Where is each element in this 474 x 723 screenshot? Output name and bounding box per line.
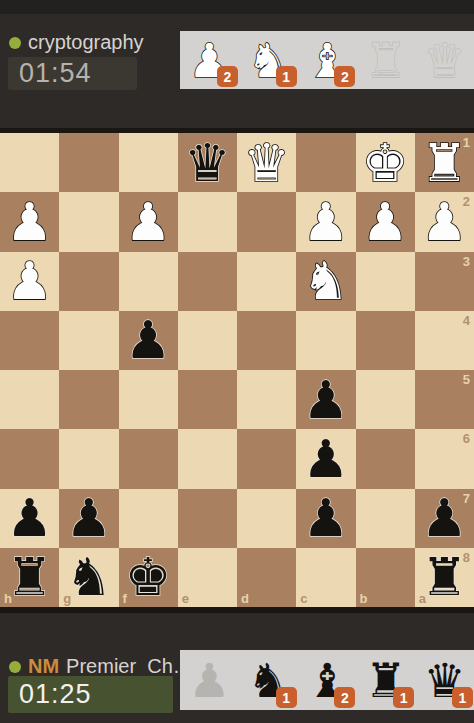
- square-a7[interactable]: ♟7: [415, 489, 474, 548]
- white-queen[interactable]: ♛: [243, 137, 290, 189]
- square-e8[interactable]: e: [178, 548, 237, 607]
- square-b8[interactable]: b: [356, 548, 415, 607]
- square-c6[interactable]: ♟: [296, 429, 355, 488]
- captured-queen: ♛1: [415, 650, 474, 710]
- rank-label-1: 1: [463, 136, 470, 149]
- square-a2[interactable]: ♟2: [415, 192, 474, 251]
- square-g7[interactable]: ♟: [59, 489, 118, 548]
- captured-rook: ♜: [356, 31, 415, 89]
- square-g4[interactable]: [59, 311, 118, 370]
- square-d8[interactable]: d: [237, 548, 296, 607]
- capture-count-badge: 1: [393, 687, 414, 708]
- square-h7[interactable]: ♟: [0, 489, 59, 548]
- square-c1[interactable]: [296, 133, 355, 192]
- white-pawn[interactable]: ♟: [6, 255, 53, 307]
- square-g2[interactable]: [59, 192, 118, 251]
- square-f6[interactable]: [119, 429, 178, 488]
- captured-rook-icon: ♜: [365, 37, 407, 84]
- black-king[interactable]: ♚: [125, 551, 172, 603]
- captured-pawn-icon: ♟: [188, 657, 230, 704]
- square-d5[interactable]: [237, 370, 296, 429]
- captured-bishop: ♝2: [298, 650, 357, 710]
- square-c5[interactable]: ♟: [296, 370, 355, 429]
- square-c8[interactable]: c: [296, 548, 355, 607]
- square-g6[interactable]: [59, 429, 118, 488]
- square-b1[interactable]: ♚: [356, 133, 415, 192]
- square-g8[interactable]: ♞g: [59, 548, 118, 607]
- square-h8[interactable]: ♜h: [0, 548, 59, 607]
- file-label-d: d: [241, 592, 249, 605]
- black-pawn[interactable]: ♟: [303, 433, 350, 485]
- captured-pawn: ♟: [180, 650, 239, 710]
- square-e3[interactable]: [178, 252, 237, 311]
- square-h2[interactable]: ♟: [0, 192, 59, 251]
- black-pawn[interactable]: ♟: [303, 374, 350, 426]
- square-h6[interactable]: [0, 429, 59, 488]
- capture-count-badge: 1: [276, 687, 297, 708]
- square-c3[interactable]: ♞: [296, 252, 355, 311]
- square-b4[interactable]: [356, 311, 415, 370]
- square-b3[interactable]: [356, 252, 415, 311]
- captured-queen: ♛: [415, 31, 474, 89]
- black-clock: 01:25: [8, 676, 173, 713]
- square-h4[interactable]: [0, 311, 59, 370]
- black-pawn[interactable]: ♟: [303, 492, 350, 544]
- black-pawn[interactable]: ♟: [125, 314, 172, 366]
- white-rook[interactable]: ♜: [421, 137, 468, 189]
- square-d4[interactable]: [237, 311, 296, 370]
- square-f2[interactable]: ♟: [119, 192, 178, 251]
- captured-knight: ♞1: [239, 650, 298, 710]
- square-g3[interactable]: [59, 252, 118, 311]
- square-d1[interactable]: ♛: [237, 133, 296, 192]
- white-player-name[interactable]: cryptography: [28, 31, 144, 54]
- status-bar-strip: [0, 0, 474, 14]
- square-c7[interactable]: ♟: [296, 489, 355, 548]
- square-g5[interactable]: [59, 370, 118, 429]
- white-knight[interactable]: ♞: [303, 255, 350, 307]
- black-player-line: NM Premier_Ch…: [9, 655, 193, 678]
- online-indicator-black: [9, 661, 21, 673]
- square-f5[interactable]: [119, 370, 178, 429]
- capture-count-badge: 2: [217, 66, 238, 87]
- file-label-a: a: [419, 592, 426, 605]
- white-player-bar: cryptography 01:54 ♟2♞1♝2♜♛: [0, 14, 474, 128]
- square-f4[interactable]: ♟: [119, 311, 178, 370]
- black-pawn[interactable]: ♟: [421, 492, 468, 544]
- white-clock: 01:54: [8, 57, 137, 90]
- black-player-name[interactable]: Premier_Ch…: [66, 655, 193, 678]
- captured-queen-icon: ♛: [424, 37, 466, 84]
- file-label-f: f: [123, 592, 127, 605]
- capture-count-badge: 2: [334, 687, 355, 708]
- white-captured-tray: ♟2♞1♝2♜♛: [180, 31, 474, 89]
- black-knight[interactable]: ♞: [66, 551, 113, 603]
- captured-bishop: ♝2: [298, 31, 357, 89]
- white-player-line: cryptography: [9, 31, 144, 54]
- app-root: cryptography 01:54 ♟2♞1♝2♜♛ ♛♛♚♜1♟♟♟♟♟2♟…: [0, 0, 474, 723]
- rank-label-3: 3: [463, 255, 470, 268]
- square-a6[interactable]: 6: [415, 429, 474, 488]
- black-pawn[interactable]: ♟: [66, 492, 113, 544]
- rank-label-5: 5: [463, 373, 470, 386]
- square-e4[interactable]: [178, 311, 237, 370]
- square-g1[interactable]: [59, 133, 118, 192]
- rank-label-4: 4: [463, 314, 470, 327]
- file-label-g: g: [63, 592, 71, 605]
- file-label-b: b: [360, 592, 368, 605]
- square-f3[interactable]: [119, 252, 178, 311]
- square-e6[interactable]: [178, 429, 237, 488]
- square-e1[interactable]: ♛: [178, 133, 237, 192]
- square-a8[interactable]: ♜8a: [415, 548, 474, 607]
- rank-label-7: 7: [463, 492, 470, 505]
- square-b2[interactable]: ♟: [356, 192, 415, 251]
- square-f1[interactable]: [119, 133, 178, 192]
- square-a1[interactable]: ♜1: [415, 133, 474, 192]
- black-pawn[interactable]: ♟: [6, 492, 53, 544]
- square-a3[interactable]: 3: [415, 252, 474, 311]
- capture-count-badge: 1: [452, 687, 473, 708]
- rank-label-6: 6: [463, 432, 470, 445]
- square-e2[interactable]: [178, 192, 237, 251]
- square-b6[interactable]: [356, 429, 415, 488]
- white-king[interactable]: ♚: [362, 137, 409, 189]
- online-indicator-white: [9, 37, 21, 49]
- capture-count-badge: 2: [334, 66, 355, 87]
- file-label-c: c: [300, 592, 307, 605]
- rank-label-2: 2: [463, 195, 470, 208]
- square-f7[interactable]: [119, 489, 178, 548]
- white-pawn[interactable]: ♟: [125, 196, 172, 248]
- captured-knight: ♞1: [239, 31, 298, 89]
- white-pawn[interactable]: ♟: [303, 196, 350, 248]
- square-b7[interactable]: [356, 489, 415, 548]
- white-pawn[interactable]: ♟: [6, 196, 53, 248]
- square-c2[interactable]: ♟: [296, 192, 355, 251]
- square-e5[interactable]: [178, 370, 237, 429]
- square-h3[interactable]: ♟: [0, 252, 59, 311]
- captured-pawn: ♟2: [180, 31, 239, 89]
- square-h1[interactable]: [0, 133, 59, 192]
- square-b5[interactable]: [356, 370, 415, 429]
- black-player-bar: NM Premier_Ch… 01:25 ♟♞1♝2♜1♛1: [0, 613, 474, 723]
- black-rook[interactable]: ♜: [6, 551, 53, 603]
- black-queen[interactable]: ♛: [184, 137, 231, 189]
- black-captured-tray: ♟♞1♝2♜1♛1: [180, 650, 474, 710]
- square-h5[interactable]: [0, 370, 59, 429]
- square-d7[interactable]: [237, 489, 296, 548]
- black-rook[interactable]: ♜: [421, 551, 468, 603]
- white-pawn[interactable]: ♟: [421, 196, 468, 248]
- square-a5[interactable]: 5: [415, 370, 474, 429]
- square-f8[interactable]: ♚f: [119, 548, 178, 607]
- square-d3[interactable]: [237, 252, 296, 311]
- file-label-h: h: [4, 592, 12, 605]
- square-d6[interactable]: [237, 429, 296, 488]
- white-pawn[interactable]: ♟: [362, 196, 409, 248]
- capture-count-badge: 1: [276, 66, 297, 87]
- nm-title-badge: NM: [28, 655, 59, 678]
- captured-rook: ♜1: [356, 650, 415, 710]
- square-a4[interactable]: 4: [415, 311, 474, 370]
- square-e7[interactable]: [178, 489, 237, 548]
- chess-board[interactable]: ♛♛♚♜1♟♟♟♟♟2♟♞3♟4♟5♟6♟♟♟♟7♜h♞g♚fedcb♜8a: [0, 133, 474, 607]
- file-label-e: e: [182, 592, 189, 605]
- square-d2[interactable]: [237, 192, 296, 251]
- rank-label-8: 8: [463, 551, 470, 564]
- square-c4[interactable]: [296, 311, 355, 370]
